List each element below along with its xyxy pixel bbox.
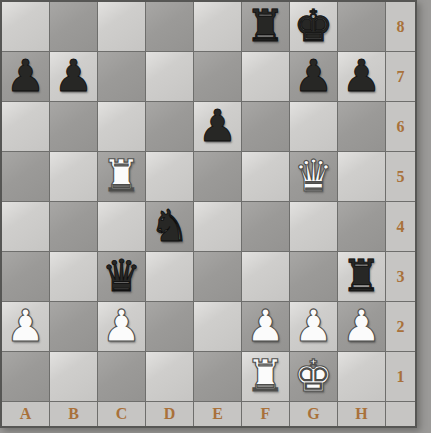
rank-label-4: 4 xyxy=(386,202,415,251)
rank-label-7: 7 xyxy=(386,52,415,101)
square-d3[interactable] xyxy=(146,252,193,301)
square-h6[interactable] xyxy=(338,102,385,151)
white-pawn-piece: ♟ xyxy=(246,304,285,348)
white-pawn-piece: ♟ xyxy=(6,304,45,348)
square-e6[interactable]: ♟ xyxy=(194,102,241,151)
white-pawn-piece: ♟ xyxy=(294,304,333,348)
square-h3[interactable]: ♜ xyxy=(338,252,385,301)
square-f2[interactable]: ♟ xyxy=(242,302,289,351)
square-d5[interactable] xyxy=(146,152,193,201)
square-d2[interactable] xyxy=(146,302,193,351)
file-label-a: A xyxy=(2,402,49,426)
square-a1[interactable] xyxy=(2,352,49,401)
square-c7[interactable] xyxy=(98,52,145,101)
square-b5[interactable] xyxy=(50,152,97,201)
corner-cell xyxy=(386,402,415,426)
white-rook-piece: ♜ xyxy=(246,354,285,398)
file-label-b: B xyxy=(50,402,97,426)
square-g4[interactable] xyxy=(290,202,337,251)
square-g5[interactable]: ♛ xyxy=(290,152,337,201)
square-f1[interactable]: ♜ xyxy=(242,352,289,401)
rank-label-2: 2 xyxy=(386,302,415,351)
black-pawn-piece: ♟ xyxy=(6,54,45,98)
square-d7[interactable] xyxy=(146,52,193,101)
file-label-f: F xyxy=(242,402,289,426)
square-g6[interactable] xyxy=(290,102,337,151)
rank-label-3: 3 xyxy=(386,252,415,301)
white-pawn-piece: ♟ xyxy=(102,304,141,348)
square-a8[interactable] xyxy=(2,2,49,51)
white-rook-piece: ♜ xyxy=(102,154,141,198)
square-e8[interactable] xyxy=(194,2,241,51)
square-f5[interactable] xyxy=(242,152,289,201)
white-king-piece: ♚ xyxy=(294,354,333,398)
square-c1[interactable] xyxy=(98,352,145,401)
square-e1[interactable] xyxy=(194,352,241,401)
square-a5[interactable] xyxy=(2,152,49,201)
white-queen-piece: ♛ xyxy=(294,154,333,198)
square-c5[interactable]: ♜ xyxy=(98,152,145,201)
square-e4[interactable] xyxy=(194,202,241,251)
square-c2[interactable]: ♟ xyxy=(98,302,145,351)
file-label-e: E xyxy=(194,402,241,426)
black-king-piece: ♚ xyxy=(294,4,333,48)
square-g3[interactable] xyxy=(290,252,337,301)
square-f7[interactable] xyxy=(242,52,289,101)
square-h5[interactable] xyxy=(338,152,385,201)
rank-label-5: 5 xyxy=(386,152,415,201)
square-c4[interactable] xyxy=(98,202,145,251)
square-c6[interactable] xyxy=(98,102,145,151)
square-a4[interactable] xyxy=(2,202,49,251)
square-a7[interactable]: ♟ xyxy=(2,52,49,101)
rank-label-6: 6 xyxy=(386,102,415,151)
file-label-c: C xyxy=(98,402,145,426)
square-g8[interactable]: ♚ xyxy=(290,2,337,51)
square-a2[interactable]: ♟ xyxy=(2,302,49,351)
square-g2[interactable]: ♟ xyxy=(290,302,337,351)
rank-label-8: 8 xyxy=(386,2,415,51)
square-f3[interactable] xyxy=(242,252,289,301)
white-pawn-piece: ♟ xyxy=(342,304,381,348)
square-h7[interactable]: ♟ xyxy=(338,52,385,101)
square-b4[interactable] xyxy=(50,202,97,251)
rank-label-1: 1 xyxy=(386,352,415,401)
square-b2[interactable] xyxy=(50,302,97,351)
square-h4[interactable] xyxy=(338,202,385,251)
square-b6[interactable] xyxy=(50,102,97,151)
square-c3[interactable]: ♛ xyxy=(98,252,145,301)
black-pawn-piece: ♟ xyxy=(294,54,333,98)
black-pawn-piece: ♟ xyxy=(198,104,237,148)
square-h1[interactable] xyxy=(338,352,385,401)
chess-board: ♜♚8♟♟♟♟7♟6♜♛5♞4♛♜3♟♟♟♟♟2♜♚1ABCDEFGH xyxy=(0,0,417,428)
square-c8[interactable] xyxy=(98,2,145,51)
square-b8[interactable] xyxy=(50,2,97,51)
square-g1[interactable]: ♚ xyxy=(290,352,337,401)
square-f4[interactable] xyxy=(242,202,289,251)
square-b3[interactable] xyxy=(50,252,97,301)
file-label-h: H xyxy=(338,402,385,426)
square-a6[interactable] xyxy=(2,102,49,151)
square-e7[interactable] xyxy=(194,52,241,101)
black-pawn-piece: ♟ xyxy=(342,54,381,98)
square-d1[interactable] xyxy=(146,352,193,401)
chess-board-container: ♜♚8♟♟♟♟7♟6♜♛5♞4♛♜3♟♟♟♟♟2♜♚1ABCDEFGH xyxy=(0,0,417,428)
square-e5[interactable] xyxy=(194,152,241,201)
square-f8[interactable]: ♜ xyxy=(242,2,289,51)
square-g7[interactable]: ♟ xyxy=(290,52,337,101)
square-d8[interactable] xyxy=(146,2,193,51)
square-d6[interactable] xyxy=(146,102,193,151)
black-rook-piece: ♜ xyxy=(342,254,381,298)
square-b7[interactable]: ♟ xyxy=(50,52,97,101)
square-e2[interactable] xyxy=(194,302,241,351)
square-h2[interactable]: ♟ xyxy=(338,302,385,351)
black-rook-piece: ♜ xyxy=(246,4,285,48)
black-knight-piece: ♞ xyxy=(150,204,189,248)
file-label-d: D xyxy=(146,402,193,426)
square-h8[interactable] xyxy=(338,2,385,51)
square-d4[interactable]: ♞ xyxy=(146,202,193,251)
black-queen-piece: ♛ xyxy=(102,254,141,298)
black-pawn-piece: ♟ xyxy=(54,54,93,98)
square-e3[interactable] xyxy=(194,252,241,301)
file-label-g: G xyxy=(290,402,337,426)
square-b1[interactable] xyxy=(50,352,97,401)
square-f6[interactable] xyxy=(242,102,289,151)
square-a3[interactable] xyxy=(2,252,49,301)
